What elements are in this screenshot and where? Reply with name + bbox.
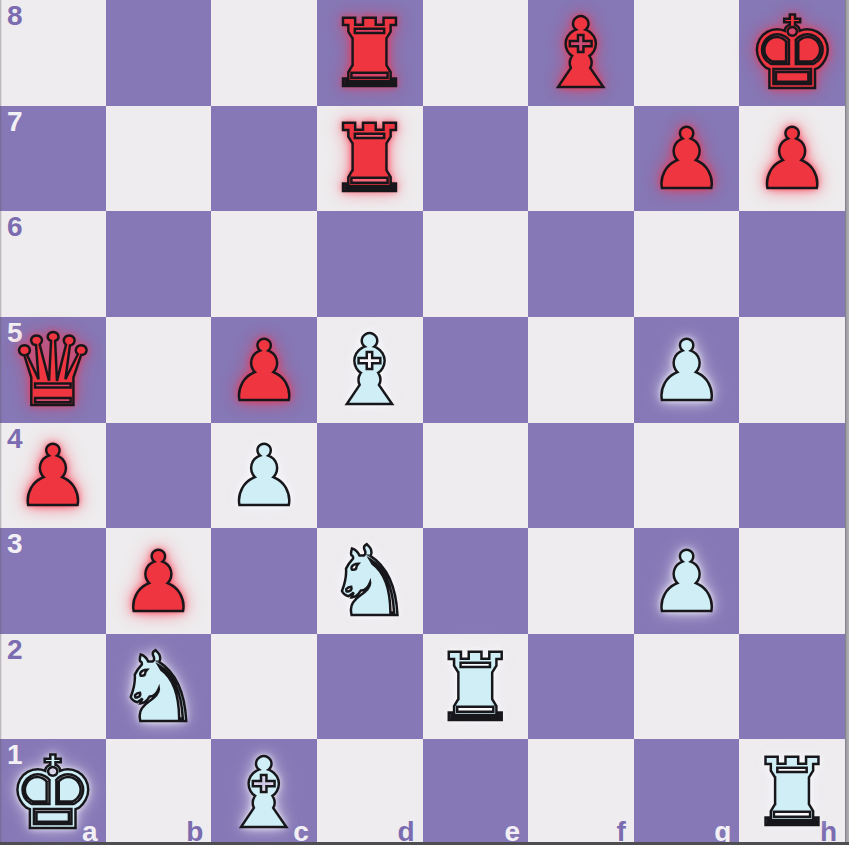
square-b3[interactable]: ♟: [106, 528, 212, 634]
square-a2[interactable]: 2: [0, 634, 106, 740]
red-king-icon[interactable]: ♚: [747, 3, 838, 104]
blue-knight-icon[interactable]: ♞: [326, 533, 413, 630]
square-e8[interactable]: [423, 0, 529, 106]
file-label: f: [616, 817, 625, 845]
file-label: g: [714, 817, 731, 845]
file-label: b: [186, 817, 203, 845]
square-g3[interactable]: ♟: [634, 528, 740, 634]
square-e2[interactable]: ♜: [423, 634, 529, 740]
blue-pawn-icon[interactable]: ♟: [649, 329, 724, 413]
square-d8[interactable]: ♜: [317, 0, 423, 106]
square-a3[interactable]: 3: [0, 528, 106, 634]
square-e5[interactable]: [423, 317, 529, 423]
chess-board: 8♜♝♚7♜♟♟65♛♟♝♟4♟♟3♟♞♟2♞♜1a♚bc♝defgh♜: [0, 0, 845, 845]
rank-label: 6: [7, 212, 23, 243]
square-h8[interactable]: ♚: [739, 0, 845, 106]
square-e4[interactable]: [423, 423, 529, 529]
square-b5[interactable]: [106, 317, 212, 423]
window-edge-left: [0, 0, 2, 845]
square-a6[interactable]: 6: [0, 211, 106, 317]
square-g7[interactable]: ♟: [634, 106, 740, 212]
file-label: d: [397, 817, 414, 845]
square-b1[interactable]: b: [106, 739, 212, 845]
square-g1[interactable]: g: [634, 739, 740, 845]
square-a8[interactable]: 8: [0, 0, 106, 106]
rank-label: 2: [7, 635, 23, 666]
square-h6[interactable]: [739, 211, 845, 317]
square-c6[interactable]: [211, 211, 317, 317]
blue-bishop-icon[interactable]: ♝: [326, 322, 413, 419]
square-c3[interactable]: [211, 528, 317, 634]
square-f4[interactable]: [528, 423, 634, 529]
rank-label: 7: [7, 107, 23, 138]
square-c1[interactable]: c♝: [211, 739, 317, 845]
square-d5[interactable]: ♝: [317, 317, 423, 423]
square-a4[interactable]: 4♟: [0, 423, 106, 529]
square-b6[interactable]: [106, 211, 212, 317]
blue-knight-icon[interactable]: ♞: [115, 639, 202, 736]
red-rook-icon[interactable]: ♜: [328, 112, 412, 206]
square-h4[interactable]: [739, 423, 845, 529]
chess-app: 8♜♝♚7♜♟♟65♛♟♝♟4♟♟3♟♞♟2♞♜1a♚bc♝defgh♜: [0, 0, 849, 845]
square-h2[interactable]: [739, 634, 845, 740]
square-c2[interactable]: [211, 634, 317, 740]
square-e6[interactable]: [423, 211, 529, 317]
red-pawn-icon[interactable]: ♟: [15, 434, 90, 518]
square-f2[interactable]: [528, 634, 634, 740]
rank-label: 3: [7, 529, 23, 560]
square-b4[interactable]: [106, 423, 212, 529]
square-h5[interactable]: [739, 317, 845, 423]
square-f5[interactable]: [528, 317, 634, 423]
square-d1[interactable]: d: [317, 739, 423, 845]
square-e3[interactable]: [423, 528, 529, 634]
square-c8[interactable]: [211, 0, 317, 106]
square-h1[interactable]: h♜: [739, 739, 845, 845]
square-f3[interactable]: [528, 528, 634, 634]
square-f1[interactable]: f: [528, 739, 634, 845]
blue-pawn-icon[interactable]: ♟: [226, 434, 301, 518]
square-d3[interactable]: ♞: [317, 528, 423, 634]
blue-rook-icon[interactable]: ♜: [433, 641, 517, 735]
blue-rook-icon[interactable]: ♜: [750, 746, 834, 840]
red-rook-icon[interactable]: ♜: [328, 7, 412, 101]
red-bishop-icon[interactable]: ♝: [537, 5, 624, 102]
square-h3[interactable]: [739, 528, 845, 634]
rank-label: 8: [7, 1, 23, 32]
square-a1[interactable]: 1a♚: [0, 739, 106, 845]
square-g4[interactable]: [634, 423, 740, 529]
square-d4[interactable]: [317, 423, 423, 529]
square-b7[interactable]: [106, 106, 212, 212]
blue-bishop-icon[interactable]: ♝: [221, 745, 308, 842]
square-a7[interactable]: 7: [0, 106, 106, 212]
square-f8[interactable]: ♝: [528, 0, 634, 106]
square-g5[interactable]: ♟: [634, 317, 740, 423]
square-f7[interactable]: [528, 106, 634, 212]
square-c7[interactable]: [211, 106, 317, 212]
red-pawn-icon[interactable]: ♟: [121, 540, 196, 624]
square-b2[interactable]: ♞: [106, 634, 212, 740]
square-e1[interactable]: e: [423, 739, 529, 845]
square-d2[interactable]: [317, 634, 423, 740]
red-pawn-icon[interactable]: ♟: [755, 117, 830, 201]
red-pawn-icon[interactable]: ♟: [649, 117, 724, 201]
file-label: e: [505, 817, 521, 845]
square-f6[interactable]: [528, 211, 634, 317]
square-d7[interactable]: ♜: [317, 106, 423, 212]
square-a5[interactable]: 5♛: [0, 317, 106, 423]
square-g8[interactable]: [634, 0, 740, 106]
square-e7[interactable]: [423, 106, 529, 212]
square-g6[interactable]: [634, 211, 740, 317]
square-b8[interactable]: [106, 0, 212, 106]
square-d6[interactable]: [317, 211, 423, 317]
square-g2[interactable]: [634, 634, 740, 740]
window-edge-right: [845, 0, 849, 845]
red-pawn-icon[interactable]: ♟: [226, 329, 301, 413]
red-queen-icon[interactable]: ♛: [8, 321, 98, 421]
blue-king-icon[interactable]: ♚: [8, 743, 99, 844]
blue-pawn-icon[interactable]: ♟: [649, 540, 724, 624]
square-h7[interactable]: ♟: [739, 106, 845, 212]
square-c5[interactable]: ♟: [211, 317, 317, 423]
square-c4[interactable]: ♟: [211, 423, 317, 529]
